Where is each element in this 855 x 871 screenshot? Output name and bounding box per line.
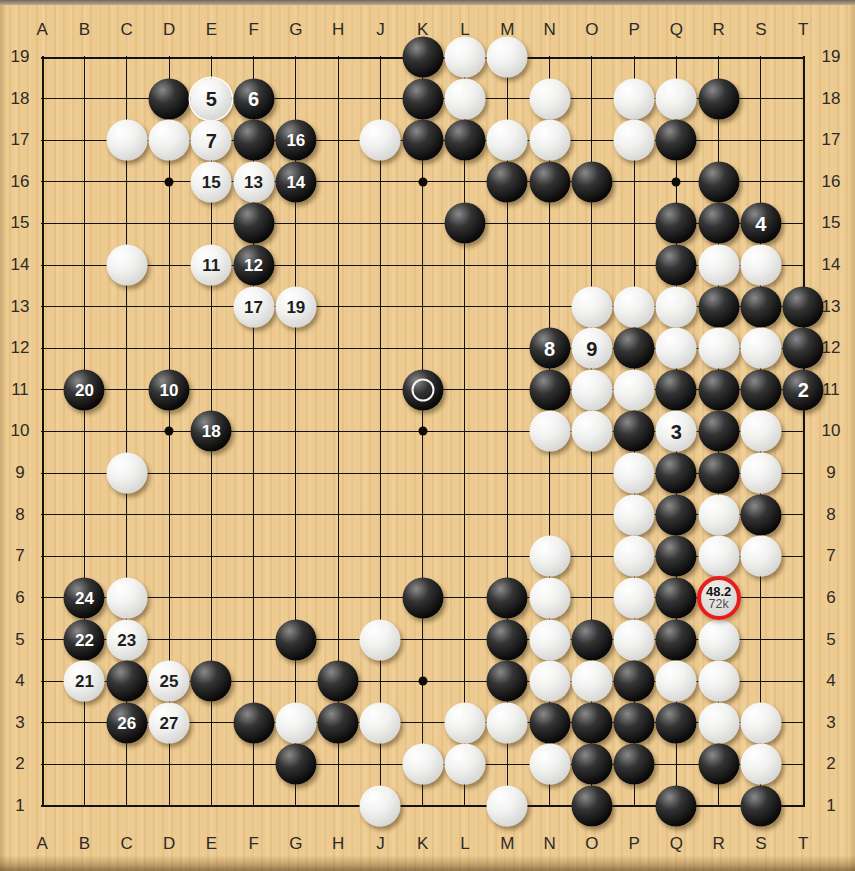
move-number: 3 (671, 421, 682, 441)
stone-N10[interactable] (529, 411, 570, 452)
stone-Q17[interactable] (656, 120, 697, 161)
stone-L2[interactable] (444, 744, 485, 785)
stone-P3[interactable] (614, 702, 655, 743)
coord-label-row: 8 (826, 505, 835, 525)
coord-label-column: F (248, 834, 258, 854)
star-point (165, 177, 174, 186)
stone-G5[interactable] (275, 619, 316, 660)
stone-K17[interactable] (402, 120, 443, 161)
stone-C14[interactable] (106, 245, 147, 286)
coord-label-row: 15 (11, 213, 30, 233)
stone-C6[interactable] (106, 577, 147, 618)
coord-label-row: 9 (15, 463, 24, 483)
stone-G3[interactable] (275, 702, 316, 743)
stone-P13[interactable] (614, 286, 655, 327)
stone-P17[interactable] (614, 120, 655, 161)
move-number: 21 (75, 673, 94, 690)
stone-E17[interactable]: 7 (191, 120, 232, 161)
stone-O1[interactable] (571, 785, 612, 826)
move-number: 14 (286, 173, 305, 190)
stone-Q15[interactable] (656, 203, 697, 244)
stone-R4[interactable] (698, 661, 739, 702)
stone-S13[interactable] (740, 286, 781, 327)
stone-M3[interactable] (487, 702, 528, 743)
move-number: 15 (202, 173, 221, 190)
coord-label-column: T (798, 834, 808, 854)
coord-label-row: 5 (826, 630, 835, 650)
stone-K19[interactable] (402, 37, 443, 78)
stone-N18[interactable] (529, 78, 570, 119)
stone-P11[interactable] (614, 369, 655, 410)
stone-N11[interactable] (529, 369, 570, 410)
stone-Q14[interactable] (656, 245, 697, 286)
coord-label-column: D (163, 834, 175, 854)
stone-O12[interactable]: 9 (571, 328, 612, 369)
coord-label-row: 5 (15, 630, 24, 650)
coord-label-row: 13 (11, 297, 30, 317)
stone-D4[interactable]: 25 (149, 661, 190, 702)
coord-label-column: B (79, 834, 90, 854)
coord-label-column: D (163, 20, 175, 40)
stone-S11[interactable] (740, 369, 781, 410)
stone-M19[interactable] (487, 37, 528, 78)
coord-label-column: S (755, 834, 766, 854)
stone-Q1[interactable] (656, 785, 697, 826)
coord-label-row: 11 (11, 380, 29, 400)
last-move-marker (411, 378, 434, 401)
coord-label-column: N (543, 834, 555, 854)
candidate-visits: 72k (709, 598, 729, 610)
stone-F17[interactable] (233, 120, 274, 161)
stone-S9[interactable] (740, 453, 781, 494)
move-number: 20 (75, 381, 94, 398)
move-number: 8 (544, 338, 555, 358)
coord-label-row: 7 (826, 546, 835, 566)
stone-G2[interactable] (275, 744, 316, 785)
coord-label-row: 13 (822, 297, 841, 317)
stone-J5[interactable] (360, 619, 401, 660)
coord-label-column: C (121, 20, 133, 40)
stone-C9[interactable] (106, 453, 147, 494)
move-number: 4 (755, 213, 766, 233)
coord-label-row: 14 (11, 255, 30, 275)
stone-Q18[interactable] (656, 78, 697, 119)
stone-H3[interactable] (318, 702, 359, 743)
grid-line-vertical (803, 56, 805, 807)
stone-L19[interactable] (444, 37, 485, 78)
stone-N5[interactable] (529, 619, 570, 660)
move-number: 18 (202, 423, 221, 440)
stone-E10[interactable]: 18 (191, 411, 232, 452)
coord-label-row: 6 (15, 588, 24, 608)
stone-F18[interactable]: 6 (233, 78, 274, 119)
coord-label-column: R (713, 20, 725, 40)
coord-label-row: 17 (11, 130, 30, 150)
stone-O3[interactable] (571, 702, 612, 743)
stone-R10[interactable] (698, 411, 739, 452)
star-point (165, 427, 174, 436)
stone-M5[interactable] (487, 619, 528, 660)
coord-label-row: 15 (822, 213, 841, 233)
coord-label-row: 2 (15, 754, 24, 774)
board-bottom-edge (0, 855, 855, 871)
stone-Q7[interactable] (656, 536, 697, 577)
coord-label-row: 8 (15, 505, 24, 525)
stone-J1[interactable] (360, 785, 401, 826)
stone-E4[interactable] (191, 661, 232, 702)
star-point (418, 177, 427, 186)
stone-R8[interactable] (698, 494, 739, 535)
stone-K2[interactable] (402, 744, 443, 785)
stone-K11[interactable] (402, 369, 443, 410)
coord-label-row: 11 (822, 380, 840, 400)
coord-label-row: 9 (826, 463, 835, 483)
coord-label-column: T (798, 20, 808, 40)
stone-N7[interactable] (529, 536, 570, 577)
stone-P9[interactable] (614, 453, 655, 494)
stone-B6[interactable]: 24 (64, 577, 105, 618)
stone-M16[interactable] (487, 161, 528, 202)
coord-label-row: 4 (15, 671, 24, 691)
move-number: 26 (117, 714, 136, 731)
stone-Q10[interactable]: 3 (656, 411, 697, 452)
coord-label-column: H (332, 20, 344, 40)
move-number: 6 (248, 89, 259, 109)
stone-G16[interactable]: 14 (275, 161, 316, 202)
move-number: 16 (286, 132, 305, 149)
move-number: 11 (202, 257, 220, 274)
stone-N4[interactable] (529, 661, 570, 702)
move-number: 17 (244, 298, 263, 315)
stone-R7[interactable] (698, 536, 739, 577)
coord-label-column: E (206, 20, 217, 40)
coord-label-column: P (628, 834, 639, 854)
stone-P5[interactable] (614, 619, 655, 660)
coord-label-row: 18 (822, 89, 841, 109)
coord-label-row: 7 (15, 546, 24, 566)
coord-label-column: H (332, 834, 344, 854)
coord-label-column: L (460, 834, 469, 854)
stone-R13[interactable] (698, 286, 739, 327)
coord-label-column: K (417, 834, 428, 854)
coord-label-row: 16 (11, 172, 30, 192)
stone-L17[interactable] (444, 120, 485, 161)
stone-S7[interactable] (740, 536, 781, 577)
star-point (418, 427, 427, 436)
stone-M17[interactable] (487, 120, 528, 161)
stone-P10[interactable] (614, 411, 655, 452)
move-number: 27 (160, 714, 179, 731)
stone-S12[interactable] (740, 328, 781, 369)
stone-N2[interactable] (529, 744, 570, 785)
stone-B4[interactable]: 21 (64, 661, 105, 702)
move-number: 10 (160, 381, 179, 398)
stone-E16[interactable]: 15 (191, 161, 232, 202)
coord-label-row: 16 (822, 172, 841, 192)
coord-label-column: R (713, 834, 725, 854)
coord-label-column: O (585, 834, 598, 854)
coord-label-column: Q (670, 834, 683, 854)
stone-L3[interactable] (444, 702, 485, 743)
stone-B5[interactable]: 22 (64, 619, 105, 660)
stone-S2[interactable] (740, 744, 781, 785)
coord-label-row: 6 (826, 588, 835, 608)
stone-Q9[interactable] (656, 453, 697, 494)
move-number: 7 (206, 130, 217, 150)
move-number: 9 (586, 338, 597, 358)
stone-C5[interactable]: 23 (106, 619, 147, 660)
stone-Q13[interactable] (656, 286, 697, 327)
coord-label-row: 1 (15, 796, 24, 816)
stone-P6[interactable] (614, 577, 655, 618)
coord-label-column: J (376, 20, 385, 40)
stone-P7[interactable] (614, 536, 655, 577)
move-number: 19 (286, 298, 305, 315)
candidate-move-marker[interactable]: 48.272k (697, 576, 741, 620)
stone-R11[interactable] (698, 369, 739, 410)
coord-label-row: 12 (822, 338, 841, 358)
coord-label-row: 17 (822, 130, 841, 150)
coord-label-row: 3 (826, 713, 835, 733)
goban[interactable]: AABBCCDDEEFFGGHHJJKKLLMMNNOOPPQQRRSSTT19… (0, 0, 855, 871)
coord-label-column: M (500, 834, 514, 854)
stone-L15[interactable] (444, 203, 485, 244)
star-point (418, 677, 427, 686)
stone-O5[interactable] (571, 619, 612, 660)
stone-R18[interactable] (698, 78, 739, 119)
stone-T11[interactable]: 2 (783, 369, 824, 410)
stone-G13[interactable]: 19 (275, 286, 316, 327)
coord-label-row: 12 (11, 338, 30, 358)
stone-O16[interactable] (571, 161, 612, 202)
coord-label-row: 1 (826, 796, 835, 816)
stone-Q11[interactable] (656, 369, 697, 410)
stone-H4[interactable] (318, 661, 359, 702)
coord-label-column: N (543, 20, 555, 40)
stone-P8[interactable] (614, 494, 655, 535)
coord-label-column: B (79, 20, 90, 40)
stone-O4[interactable] (571, 661, 612, 702)
stone-D11[interactable]: 10 (149, 369, 190, 410)
move-number: 5 (206, 89, 217, 109)
stone-M1[interactable] (487, 785, 528, 826)
stone-Q12[interactable] (656, 328, 697, 369)
stone-P18[interactable] (614, 78, 655, 119)
stone-E14[interactable]: 11 (191, 245, 232, 286)
stone-M4[interactable] (487, 661, 528, 702)
stone-D18[interactable] (149, 78, 190, 119)
stone-S3[interactable] (740, 702, 781, 743)
coord-label-column: O (585, 20, 598, 40)
stone-D3[interactable]: 27 (149, 702, 190, 743)
move-number: 12 (244, 257, 263, 274)
move-number: 24 (75, 589, 94, 606)
coord-label-column: P (628, 20, 639, 40)
stone-S1[interactable] (740, 785, 781, 826)
stone-N16[interactable] (529, 161, 570, 202)
grid-line-vertical (464, 56, 465, 807)
stone-R5[interactable] (698, 619, 739, 660)
stone-N6[interactable] (529, 577, 570, 618)
coord-label-column: A (37, 834, 48, 854)
stone-Q4[interactable] (656, 661, 697, 702)
move-number: 2 (798, 380, 809, 400)
move-number: 23 (117, 631, 136, 648)
stone-N17[interactable] (529, 120, 570, 161)
stone-P12[interactable] (614, 328, 655, 369)
coord-label-row: 10 (11, 421, 30, 441)
coord-label-row: 19 (822, 47, 841, 67)
stone-C3[interactable]: 26 (106, 702, 147, 743)
stone-F16[interactable]: 13 (233, 161, 274, 202)
stone-Q3[interactable] (656, 702, 697, 743)
stone-G17[interactable]: 16 (275, 120, 316, 161)
coord-label-column: J (376, 834, 385, 854)
stone-J3[interactable] (360, 702, 401, 743)
stone-C4[interactable] (106, 661, 147, 702)
stone-T12[interactable] (783, 328, 824, 369)
stone-Q5[interactable] (656, 619, 697, 660)
move-number: 25 (160, 673, 179, 690)
stone-B11[interactable]: 20 (64, 369, 105, 410)
coord-label-column: F (248, 20, 258, 40)
stone-R12[interactable] (698, 328, 739, 369)
candidate-winrate: 48.2 (706, 585, 731, 598)
stone-J17[interactable] (360, 120, 401, 161)
stone-K18[interactable] (402, 78, 443, 119)
coord-label-column: A (37, 20, 48, 40)
stone-F14[interactable]: 12 (233, 245, 274, 286)
coord-label-row: 2 (826, 754, 835, 774)
stone-S14[interactable] (740, 245, 781, 286)
stone-R15[interactable] (698, 203, 739, 244)
stone-O13[interactable] (571, 286, 612, 327)
stone-E18[interactable]: 5 (191, 78, 232, 119)
stone-P2[interactable] (614, 744, 655, 785)
coord-label-row: 18 (11, 89, 30, 109)
coord-label-column: C (121, 834, 133, 854)
stone-O11[interactable] (571, 369, 612, 410)
stone-R3[interactable] (698, 702, 739, 743)
board-top-edge (0, 0, 855, 5)
coord-label-column: G (289, 20, 302, 40)
move-number: 13 (244, 173, 263, 190)
stone-R9[interactable] (698, 453, 739, 494)
stone-M6[interactable] (487, 577, 528, 618)
coord-label-column: S (755, 20, 766, 40)
stone-C17[interactable] (106, 120, 147, 161)
stone-K6[interactable] (402, 577, 443, 618)
stone-S15[interactable]: 4 (740, 203, 781, 244)
coord-label-column: Q (670, 20, 683, 40)
stone-R16[interactable] (698, 161, 739, 202)
coord-label-row: 10 (822, 421, 841, 441)
coord-label-row: 4 (826, 671, 835, 691)
stone-N12[interactable]: 8 (529, 328, 570, 369)
stone-O2[interactable] (571, 744, 612, 785)
stone-Q6[interactable] (656, 577, 697, 618)
coord-label-row: 3 (15, 713, 24, 733)
stone-F15[interactable] (233, 203, 274, 244)
stone-T13[interactable] (783, 286, 824, 327)
coord-label-row: 14 (822, 255, 841, 275)
star-point (672, 177, 681, 186)
stone-L18[interactable] (444, 78, 485, 119)
stone-D17[interactable] (149, 120, 190, 161)
stone-N3[interactable] (529, 702, 570, 743)
stone-R14[interactable] (698, 245, 739, 286)
coord-label-column: E (206, 834, 217, 854)
stone-S8[interactable] (740, 494, 781, 535)
coord-label-column: G (289, 834, 302, 854)
stone-O10[interactable] (571, 411, 612, 452)
stone-S10[interactable] (740, 411, 781, 452)
stone-F13[interactable]: 17 (233, 286, 274, 327)
coord-label-row: 19 (11, 47, 30, 67)
stone-R2[interactable] (698, 744, 739, 785)
stone-F3[interactable] (233, 702, 274, 743)
move-number: 22 (75, 631, 94, 648)
stone-Q8[interactable] (656, 494, 697, 535)
stone-P4[interactable] (614, 661, 655, 702)
